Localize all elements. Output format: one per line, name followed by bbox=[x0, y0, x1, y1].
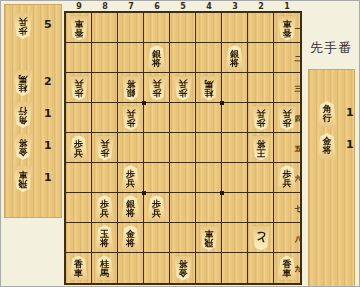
sente-hand-entry: 金将1 bbox=[309, 132, 354, 160]
piece-kanji: 馬 bbox=[204, 78, 213, 87]
shogi-piece[interactable]: 桂馬 bbox=[13, 70, 33, 96]
shogi-piece[interactable]: 香車 bbox=[278, 15, 297, 40]
board-square[interactable]: 歩兵 bbox=[144, 73, 170, 103]
board-square[interactable]: 歩兵 bbox=[66, 73, 92, 103]
shogi-piece[interactable]: と bbox=[251, 225, 270, 250]
hand-piece-count: 1 bbox=[346, 138, 354, 151]
hand-piece-count: 1 bbox=[346, 106, 354, 119]
piece-kanji: 兵 bbox=[283, 108, 292, 117]
shogi-piece[interactable]: 金将 bbox=[13, 134, 33, 160]
piece-kanji: 将 bbox=[126, 238, 135, 247]
board-square[interactable]: 王将 bbox=[248, 133, 274, 163]
board-square[interactable] bbox=[92, 163, 118, 193]
board-square[interactable] bbox=[196, 103, 222, 133]
file-label: 7 bbox=[125, 2, 137, 11]
rank-label: 九 bbox=[294, 264, 302, 274]
piece-kanji: 金 bbox=[178, 268, 187, 277]
board-square[interactable]: 歩兵 bbox=[118, 163, 144, 193]
board-square[interactable]: 香車 bbox=[66, 13, 92, 43]
shogi-piece[interactable]: 歩兵 bbox=[69, 135, 88, 160]
hoshi-point-icon bbox=[220, 101, 224, 105]
gote-hand-entry: 桂馬2 bbox=[5, 69, 61, 97]
rank-label: 七 bbox=[294, 204, 302, 214]
piece-kanji: 車 bbox=[283, 18, 292, 27]
piece-kanji: 角 bbox=[19, 115, 28, 124]
board-square[interactable]: 歩兵 bbox=[144, 193, 170, 223]
rank-label: 二 bbox=[294, 54, 302, 64]
shogi-piece[interactable]: 歩兵 bbox=[95, 135, 114, 160]
piece-kanji: 車 bbox=[283, 269, 292, 278]
shogi-piece[interactable]: 香車 bbox=[69, 15, 88, 40]
shogi-piece[interactable]: 角行 bbox=[13, 102, 33, 128]
piece-kanji: 将 bbox=[323, 146, 332, 155]
shogi-piece[interactable]: 歩兵 bbox=[251, 105, 270, 130]
shogi-piece[interactable]: 歩兵 bbox=[147, 195, 166, 220]
board-square[interactable]: 桂馬 bbox=[92, 253, 118, 283]
shogi-piece[interactable]: 飛車 bbox=[199, 225, 218, 250]
shogi-piece[interactable]: 銀将 bbox=[147, 45, 166, 70]
piece-kanji: 兵 bbox=[19, 17, 28, 26]
shogi-piece[interactable]: 歩兵 bbox=[278, 105, 297, 130]
shogi-piece[interactable]: 桂馬 bbox=[199, 75, 218, 100]
gote-hand-entry: 角行1 bbox=[5, 101, 61, 129]
board-square[interactable] bbox=[92, 13, 118, 43]
board-square[interactable] bbox=[222, 73, 248, 103]
board-square[interactable] bbox=[144, 133, 170, 163]
piece-kanji: 馬 bbox=[19, 74, 28, 83]
piece-kanji: 将 bbox=[256, 138, 265, 147]
piece-kanji: 兵 bbox=[126, 108, 135, 117]
piece-kanji: 将 bbox=[152, 58, 161, 67]
piece-kanji: 将 bbox=[19, 138, 28, 147]
shogi-piece[interactable]: 歩兵 bbox=[69, 75, 88, 100]
board-square[interactable]: 金将 bbox=[170, 253, 196, 283]
shogi-piece[interactable]: 金将 bbox=[173, 256, 192, 281]
turn-indicator: 先手番 bbox=[310, 39, 352, 57]
piece-kanji: 桂 bbox=[19, 83, 28, 92]
board-square[interactable] bbox=[248, 73, 274, 103]
hand-piece-count: 5 bbox=[44, 18, 52, 31]
board-square[interactable] bbox=[92, 43, 118, 73]
board-square[interactable]: 玉将 bbox=[92, 223, 118, 253]
board-square[interactable] bbox=[66, 163, 92, 193]
rank-label: 六 bbox=[294, 174, 302, 184]
board-square[interactable] bbox=[144, 223, 170, 253]
board-square[interactable] bbox=[196, 13, 222, 43]
gote-hand-entry: 歩兵5 bbox=[5, 12, 61, 40]
board-square[interactable]: 歩兵 bbox=[170, 73, 196, 103]
shogi-piece[interactable]: 玉将 bbox=[95, 225, 114, 250]
board-square[interactable] bbox=[66, 103, 92, 133]
rank-label: 三 bbox=[294, 84, 302, 94]
board-square[interactable] bbox=[118, 253, 144, 283]
shogi-piece[interactable]: 王将 bbox=[251, 135, 270, 160]
piece-kanji: 兵 bbox=[256, 108, 265, 117]
board-square[interactable]: 桂馬 bbox=[196, 73, 222, 103]
board-square[interactable] bbox=[248, 13, 274, 43]
piece-kanji: 将 bbox=[100, 238, 109, 247]
board-square[interactable] bbox=[144, 13, 170, 43]
piece-kanji: 行 bbox=[323, 114, 332, 123]
piece-kanji: 飛 bbox=[19, 179, 28, 188]
file-label: 8 bbox=[99, 2, 111, 11]
file-label: 4 bbox=[203, 2, 215, 11]
board-square[interactable] bbox=[170, 163, 196, 193]
rank-label: 五 bbox=[294, 144, 302, 154]
board-square[interactable] bbox=[170, 223, 196, 253]
hand-piece-count: 1 bbox=[44, 107, 52, 120]
file-label: 2 bbox=[255, 2, 267, 11]
board-square[interactable] bbox=[196, 193, 222, 223]
hoshi-point-icon bbox=[142, 191, 146, 195]
shogi-piece[interactable]: 香車 bbox=[278, 256, 297, 281]
board-square[interactable] bbox=[248, 253, 274, 283]
file-label: 3 bbox=[229, 2, 241, 11]
board-square[interactable]: 歩兵 bbox=[92, 193, 118, 223]
piece-kanji: 兵 bbox=[74, 148, 83, 157]
board-square[interactable]: 銀将 bbox=[144, 43, 170, 73]
rank-label: 四 bbox=[294, 114, 302, 124]
piece-kanji: 歩 bbox=[19, 26, 28, 35]
board-square[interactable]: 銀将 bbox=[118, 73, 144, 103]
shogi-piece[interactable]: 角行 bbox=[317, 101, 337, 127]
piece-kanji: 兵 bbox=[283, 178, 292, 187]
board-square[interactable] bbox=[118, 13, 144, 43]
board-square[interactable] bbox=[222, 103, 248, 133]
board-square[interactable] bbox=[144, 103, 170, 133]
board-square[interactable]: と bbox=[248, 223, 274, 253]
board-square[interactable] bbox=[92, 103, 118, 133]
gote-captured-tray: 歩兵5桂馬2角行1金将1飛車1 bbox=[4, 4, 62, 218]
hand-piece-count: 2 bbox=[44, 75, 52, 88]
shogi-piece[interactable]: 銀将 bbox=[121, 75, 140, 100]
board-square[interactable] bbox=[66, 193, 92, 223]
shogi-piece[interactable]: 歩兵 bbox=[147, 75, 166, 100]
board-square[interactable] bbox=[222, 163, 248, 193]
shogi-piece[interactable]: 飛車 bbox=[13, 166, 33, 192]
board-square[interactable] bbox=[144, 253, 170, 283]
shogi-piece[interactable]: 歩兵 bbox=[121, 105, 140, 130]
board-square[interactable]: 銀将 bbox=[222, 43, 248, 73]
piece-kanji: 金 bbox=[19, 147, 28, 156]
piece-kanji: 車 bbox=[204, 228, 213, 237]
piece-kanji: 車 bbox=[19, 170, 28, 179]
board-square[interactable] bbox=[170, 103, 196, 133]
board-square[interactable] bbox=[66, 223, 92, 253]
board-square[interactable]: 歩兵 bbox=[248, 103, 274, 133]
file-label: 9 bbox=[73, 2, 85, 11]
piece-kanji: 兵 bbox=[100, 138, 109, 147]
board-square[interactable] bbox=[248, 193, 274, 223]
piece-kanji: 将 bbox=[126, 208, 135, 217]
board-grid: 香車香車銀将銀将歩兵銀将歩兵歩兵桂馬歩兵歩兵歩兵歩兵歩兵王将歩兵歩兵歩兵銀将歩兵… bbox=[66, 13, 300, 283]
piece-kanji: 行 bbox=[19, 106, 28, 115]
shogi-piece[interactable]: 桂馬 bbox=[95, 256, 114, 281]
piece-kanji: 兵 bbox=[152, 208, 161, 217]
shogi-piece[interactable]: 銀将 bbox=[225, 45, 244, 70]
shogi-piece[interactable]: 金将 bbox=[317, 133, 337, 159]
piece-kanji: 馬 bbox=[100, 269, 109, 278]
shogi-piece[interactable]: 銀将 bbox=[121, 195, 140, 220]
board-square[interactable] bbox=[222, 133, 248, 163]
board-square[interactable] bbox=[170, 193, 196, 223]
file-label: 5 bbox=[177, 2, 189, 11]
hoshi-point-icon bbox=[220, 191, 224, 195]
board-square[interactable] bbox=[118, 133, 144, 163]
hoshi-point-icon bbox=[142, 101, 146, 105]
shogi-piece[interactable]: 歩兵 bbox=[173, 75, 192, 100]
board-square[interactable]: 金将 bbox=[118, 223, 144, 253]
board-square[interactable] bbox=[222, 223, 248, 253]
board-square[interactable] bbox=[170, 13, 196, 43]
shogi-piece[interactable]: 歩兵 bbox=[95, 195, 114, 220]
board-square[interactable]: 歩兵 bbox=[118, 103, 144, 133]
sente-hand-entry: 角行1 bbox=[309, 100, 354, 128]
shogi-app: 歩兵5桂馬2角行1金将1飛車1 香車香車銀将銀将歩兵銀将歩兵歩兵桂馬歩兵歩兵歩兵… bbox=[0, 0, 360, 287]
board-square[interactable] bbox=[248, 163, 274, 193]
board-square[interactable] bbox=[222, 253, 248, 283]
piece-kanji: 兵 bbox=[126, 178, 135, 187]
piece-kanji: 将 bbox=[178, 259, 187, 268]
shogi-piece[interactable]: 金将 bbox=[121, 225, 140, 250]
board-square[interactable]: 歩兵 bbox=[66, 133, 92, 163]
shogi-piece[interactable]: 歩兵 bbox=[278, 165, 297, 190]
rank-label: 一 bbox=[294, 24, 302, 34]
shogi-piece[interactable]: 歩兵 bbox=[13, 13, 33, 39]
piece-kanji: 兵 bbox=[100, 208, 109, 217]
piece-kanji: 車 bbox=[74, 269, 83, 278]
shogi-piece[interactable]: 歩兵 bbox=[121, 165, 140, 190]
piece-kanji: 将 bbox=[126, 78, 135, 87]
board-square[interactable]: 飛車 bbox=[196, 223, 222, 253]
file-label: 6 bbox=[151, 2, 163, 11]
board-square[interactable] bbox=[196, 253, 222, 283]
board-square[interactable] bbox=[144, 163, 170, 193]
piece-kanji: 将 bbox=[230, 58, 239, 67]
board-square[interactable] bbox=[92, 73, 118, 103]
hand-piece-count: 1 bbox=[44, 139, 52, 152]
piece-kanji: と bbox=[254, 230, 266, 244]
board-square[interactable]: 香車 bbox=[66, 253, 92, 283]
board-square[interactable]: 銀将 bbox=[118, 193, 144, 223]
board-square[interactable] bbox=[196, 133, 222, 163]
board-square[interactable] bbox=[222, 13, 248, 43]
rank-label: 八 bbox=[294, 234, 302, 244]
piece-kanji: 兵 bbox=[178, 78, 187, 87]
board-square[interactable]: 歩兵 bbox=[92, 133, 118, 163]
gote-hand-entry: 飛車1 bbox=[5, 165, 61, 193]
piece-kanji: 車 bbox=[74, 18, 83, 27]
board-square[interactable] bbox=[66, 43, 92, 73]
piece-kanji: 兵 bbox=[152, 78, 161, 87]
sente-captured-tray: 角行1金将1 bbox=[308, 69, 355, 287]
board-square[interactable] bbox=[222, 193, 248, 223]
piece-kanji: 兵 bbox=[74, 78, 83, 87]
board-square[interactable] bbox=[196, 163, 222, 193]
board-square[interactable] bbox=[196, 43, 222, 73]
file-label: 1 bbox=[281, 2, 293, 11]
board-square[interactable] bbox=[118, 43, 144, 73]
board-square[interactable] bbox=[170, 43, 196, 73]
board-square[interactable] bbox=[170, 133, 196, 163]
board-square[interactable] bbox=[248, 43, 274, 73]
shogi-piece[interactable]: 香車 bbox=[69, 256, 88, 281]
hand-piece-count: 1 bbox=[44, 171, 52, 184]
shogi-board: 香車香車銀将銀将歩兵銀将歩兵歩兵桂馬歩兵歩兵歩兵歩兵歩兵王将歩兵歩兵歩兵銀将歩兵… bbox=[64, 11, 302, 285]
gote-hand-entry: 金将1 bbox=[5, 133, 61, 161]
